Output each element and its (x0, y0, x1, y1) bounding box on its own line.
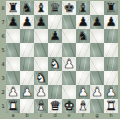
square-g7[interactable]: ♟ (90, 15, 104, 29)
piece-white-rook-a1[interactable]: ♜ (7, 99, 18, 113)
piece-white-bishop-f1[interactable]: ♝ (77, 99, 88, 113)
piece-white-bishop-c1[interactable]: ♝ (35, 99, 46, 113)
piece-white-queen-d1[interactable]: ♛ (49, 99, 60, 113)
square-g3[interactable] (90, 71, 104, 85)
piece-white-knight-d4[interactable]: ♞ (49, 57, 60, 71)
piece-black-pawn-d6[interactable]: ♟ (49, 29, 60, 43)
square-e4[interactable]: ♟ (62, 57, 76, 71)
square-f4[interactable] (76, 57, 90, 71)
square-h6[interactable] (104, 29, 118, 43)
square-b2[interactable]: ♟ (20, 85, 34, 99)
file-label-c: c (34, 112, 48, 119)
piece-black-bishop-f8[interactable]: ♝ (77, 1, 88, 15)
file-label-d: d (48, 112, 62, 119)
piece-black-pawn-g7[interactable]: ♟ (91, 15, 102, 29)
square-b1[interactable] (20, 99, 34, 113)
piece-black-rook-a8[interactable]: ♜ (7, 1, 18, 15)
piece-black-pawn-f7[interactable]: ♟ (77, 15, 88, 29)
square-h1[interactable]: ♜ (104, 99, 118, 113)
square-e1[interactable]: ♚ (62, 99, 76, 113)
piece-white-pawn-e4[interactable]: ♟ (63, 57, 74, 71)
square-a1[interactable]: ♜ (6, 99, 20, 113)
piece-black-pawn-b7[interactable]: ♟ (21, 15, 32, 29)
square-d3[interactable] (48, 71, 62, 85)
square-d1[interactable]: ♛ (48, 99, 62, 113)
square-h7[interactable]: ♟ (104, 15, 118, 29)
square-h4[interactable] (104, 57, 118, 71)
square-e6[interactable] (62, 29, 76, 43)
square-c2[interactable]: ♟ (34, 85, 48, 99)
square-a4[interactable] (6, 57, 20, 71)
piece-white-knight-c3[interactable]: ♞ (35, 71, 46, 85)
square-h5[interactable] (104, 43, 118, 57)
square-a8[interactable]: ♜ (6, 1, 20, 15)
square-g2[interactable]: ♟ (90, 85, 104, 99)
piece-black-pawn-c7[interactable]: ♟ (35, 15, 46, 29)
file-label-e: e (62, 112, 76, 119)
square-a5[interactable] (6, 43, 20, 57)
piece-white-pawn-h2[interactable]: ♟ (105, 85, 116, 99)
square-d2[interactable] (48, 85, 62, 99)
square-b7[interactable]: ♟ (20, 15, 34, 29)
square-c7[interactable]: ♟ (34, 15, 48, 29)
piece-black-pawn-h7[interactable]: ♟ (105, 15, 116, 29)
chess-board[interactable]: ♜♞♝♛♚♝♜♟♟♟♟♟♟♟♞♞♟♞♟♟♟♟♟♟♜♝♛♚♝♜ (6, 1, 118, 113)
square-d7[interactable] (48, 15, 62, 29)
square-b6[interactable] (20, 29, 34, 43)
piece-black-pawn-a7[interactable]: ♟ (7, 15, 18, 29)
square-b8[interactable]: ♞ (20, 1, 34, 15)
square-h2[interactable]: ♟ (104, 85, 118, 99)
square-f6[interactable]: ♞ (76, 29, 90, 43)
piece-white-king-e1[interactable]: ♚ (63, 99, 74, 113)
square-d6[interactable]: ♟ (48, 29, 62, 43)
square-c8[interactable]: ♝ (34, 1, 48, 15)
file-labels: abcdefgh (6, 112, 118, 119)
piece-black-rook-h8[interactable]: ♜ (105, 1, 116, 15)
square-a7[interactable]: ♟ (6, 15, 20, 29)
piece-black-queen-d8[interactable]: ♛ (49, 1, 60, 15)
piece-black-knight-f6[interactable]: ♞ (77, 29, 88, 43)
square-e2[interactable] (62, 85, 76, 99)
file-label-a: a (6, 112, 20, 119)
square-g6[interactable] (90, 29, 104, 43)
square-c1[interactable]: ♝ (34, 99, 48, 113)
chess-app-window: 87654321 ♜♞♝♛♚♝♜♟♟♟♟♟♟♟♞♞♟♞♟♟♟♟♟♟♜♝♛♚♝♜ … (0, 0, 120, 119)
square-c3[interactable]: ♞ (34, 71, 48, 85)
square-c6[interactable] (34, 29, 48, 43)
piece-white-pawn-f2[interactable]: ♟ (77, 85, 88, 99)
file-label-b: b (20, 112, 34, 119)
square-a6[interactable] (6, 29, 20, 43)
piece-black-king-e8[interactable]: ♚ (63, 1, 74, 15)
file-label-g: g (90, 112, 104, 119)
square-f2[interactable]: ♟ (76, 85, 90, 99)
square-f8[interactable]: ♝ (76, 1, 90, 15)
square-c4[interactable] (34, 57, 48, 71)
square-a3[interactable] (6, 71, 20, 85)
square-e8[interactable]: ♚ (62, 1, 76, 15)
square-g5[interactable] (90, 43, 104, 57)
file-label-f: f (76, 112, 90, 119)
square-e3[interactable] (62, 71, 76, 85)
square-f3[interactable] (76, 71, 90, 85)
square-d8[interactable]: ♛ (48, 1, 62, 15)
square-g1[interactable] (90, 99, 104, 113)
square-h8[interactable]: ♜ (104, 1, 118, 15)
square-d5[interactable] (48, 43, 62, 57)
piece-white-pawn-c2[interactable]: ♟ (35, 85, 46, 99)
file-label-h: h (104, 112, 118, 119)
square-g4[interactable] (90, 57, 104, 71)
square-f7[interactable]: ♟ (76, 15, 90, 29)
piece-white-rook-h1[interactable]: ♜ (105, 99, 116, 113)
piece-white-pawn-g2[interactable]: ♟ (91, 85, 102, 99)
square-f1[interactable]: ♝ (76, 99, 90, 113)
square-d4[interactable]: ♞ (48, 57, 62, 71)
piece-black-bishop-c8[interactable]: ♝ (35, 1, 46, 15)
piece-white-pawn-b2[interactable]: ♟ (21, 85, 32, 99)
square-b5[interactable] (20, 43, 34, 57)
piece-white-pawn-a2[interactable]: ♟ (7, 85, 18, 99)
square-b4[interactable] (20, 57, 34, 71)
square-h3[interactable] (104, 71, 118, 85)
square-e7[interactable] (62, 15, 76, 29)
square-a2[interactable]: ♟ (6, 85, 20, 99)
square-f5[interactable] (76, 43, 90, 57)
piece-black-knight-b8[interactable]: ♞ (21, 1, 32, 15)
square-e5[interactable] (62, 43, 76, 57)
square-b3[interactable] (20, 71, 34, 85)
square-g8[interactable] (90, 1, 104, 15)
square-c5[interactable] (34, 43, 48, 57)
